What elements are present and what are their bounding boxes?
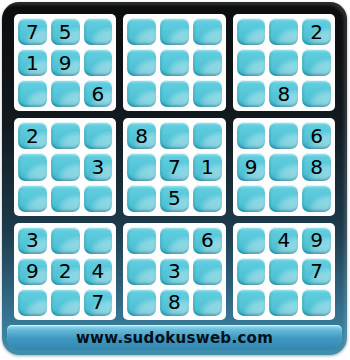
cell-r9c4[interactable] bbox=[127, 289, 156, 316]
cell-r5c3[interactable]: 3 bbox=[84, 153, 113, 180]
block-1-2 bbox=[123, 14, 225, 111]
cell-r1c9[interactable]: 2 bbox=[302, 18, 331, 45]
cell-r3c3[interactable]: 6 bbox=[84, 80, 113, 107]
cell-r2c6[interactable] bbox=[193, 49, 222, 76]
site-url[interactable]: www.sudokusweb.com bbox=[7, 325, 342, 350]
cell-r5c4[interactable] bbox=[127, 153, 156, 180]
cell-r9c3[interactable]: 7 bbox=[84, 289, 113, 316]
cell-r8c1[interactable]: 9 bbox=[18, 258, 47, 285]
cell-r2c8[interactable] bbox=[269, 49, 298, 76]
cell-r6c6[interactable] bbox=[193, 185, 222, 212]
cell-r8c5[interactable]: 3 bbox=[160, 258, 189, 285]
cell-r6c5[interactable]: 5 bbox=[160, 185, 189, 212]
cell-r8c9[interactable]: 7 bbox=[302, 258, 331, 285]
block-1-1: 75196 bbox=[14, 14, 116, 111]
cell-r9c2[interactable] bbox=[51, 289, 80, 316]
cell-r8c3[interactable]: 4 bbox=[84, 258, 113, 285]
block-2-2: 8715 bbox=[123, 118, 225, 215]
cell-r5c5[interactable]: 7 bbox=[160, 153, 189, 180]
cell-r3c7[interactable] bbox=[237, 80, 266, 107]
cell-r3c6[interactable] bbox=[193, 80, 222, 107]
sudoku-grid: 751962823871569839247638497 bbox=[14, 14, 335, 320]
block-2-1: 23 bbox=[14, 118, 116, 215]
cell-r5c6[interactable]: 1 bbox=[193, 153, 222, 180]
cell-r1c3[interactable] bbox=[84, 18, 113, 45]
cell-r7c7[interactable] bbox=[237, 227, 266, 254]
cell-r9c8[interactable] bbox=[269, 289, 298, 316]
cell-r6c9[interactable] bbox=[302, 185, 331, 212]
block-1-3: 28 bbox=[233, 14, 335, 111]
cell-r6c2[interactable] bbox=[51, 185, 80, 212]
cell-r2c1[interactable]: 1 bbox=[18, 49, 47, 76]
cell-r2c3[interactable] bbox=[84, 49, 113, 76]
cell-r3c8[interactable]: 8 bbox=[269, 80, 298, 107]
cell-r5c9[interactable]: 8 bbox=[302, 153, 331, 180]
cell-r1c4[interactable] bbox=[127, 18, 156, 45]
cell-r9c6[interactable] bbox=[193, 289, 222, 316]
cell-r8c8[interactable] bbox=[269, 258, 298, 285]
cell-r5c1[interactable] bbox=[18, 153, 47, 180]
cell-r5c7[interactable]: 9 bbox=[237, 153, 266, 180]
cell-r4c1[interactable]: 2 bbox=[18, 122, 47, 149]
cell-r5c2[interactable] bbox=[51, 153, 80, 180]
cell-r1c2[interactable]: 5 bbox=[51, 18, 80, 45]
cell-r1c6[interactable] bbox=[193, 18, 222, 45]
cell-r4c9[interactable]: 6 bbox=[302, 122, 331, 149]
cell-r2c2[interactable]: 9 bbox=[51, 49, 80, 76]
cell-r3c2[interactable] bbox=[51, 80, 80, 107]
cell-r8c7[interactable] bbox=[237, 258, 266, 285]
cell-r9c7[interactable] bbox=[237, 289, 266, 316]
cell-r4c6[interactable] bbox=[193, 122, 222, 149]
cell-r7c9[interactable]: 9 bbox=[302, 227, 331, 254]
cell-r7c2[interactable] bbox=[51, 227, 80, 254]
cell-r3c1[interactable] bbox=[18, 80, 47, 107]
cell-r1c8[interactable] bbox=[269, 18, 298, 45]
cell-r8c4[interactable] bbox=[127, 258, 156, 285]
cell-r9c1[interactable] bbox=[18, 289, 47, 316]
cell-r6c3[interactable] bbox=[84, 185, 113, 212]
cell-r3c9[interactable] bbox=[302, 80, 331, 107]
cell-r2c4[interactable] bbox=[127, 49, 156, 76]
cell-r1c7[interactable] bbox=[237, 18, 266, 45]
cell-r4c2[interactable] bbox=[51, 122, 80, 149]
block-3-1: 39247 bbox=[14, 223, 116, 320]
block-3-2: 638 bbox=[123, 223, 225, 320]
cell-r7c6[interactable]: 6 bbox=[193, 227, 222, 254]
cell-r1c5[interactable] bbox=[160, 18, 189, 45]
block-3-3: 497 bbox=[233, 223, 335, 320]
cell-r4c4[interactable]: 8 bbox=[127, 122, 156, 149]
block-2-3: 698 bbox=[233, 118, 335, 215]
cell-r7c5[interactable] bbox=[160, 227, 189, 254]
cell-r6c1[interactable] bbox=[18, 185, 47, 212]
cell-r4c8[interactable] bbox=[269, 122, 298, 149]
cell-r5c8[interactable] bbox=[269, 153, 298, 180]
cell-r6c7[interactable] bbox=[237, 185, 266, 212]
cell-r2c5[interactable] bbox=[160, 49, 189, 76]
cell-r4c5[interactable] bbox=[160, 122, 189, 149]
cell-r3c4[interactable] bbox=[127, 80, 156, 107]
cell-r8c6[interactable] bbox=[193, 258, 222, 285]
cell-r6c8[interactable] bbox=[269, 185, 298, 212]
sudoku-board: 751962823871569839247638497 www.sudokusw… bbox=[2, 2, 347, 355]
cell-r4c7[interactable] bbox=[237, 122, 266, 149]
cell-r7c4[interactable] bbox=[127, 227, 156, 254]
cell-r9c5[interactable]: 8 bbox=[160, 289, 189, 316]
cell-r8c2[interactable]: 2 bbox=[51, 258, 80, 285]
cell-r7c3[interactable] bbox=[84, 227, 113, 254]
cell-r3c5[interactable] bbox=[160, 80, 189, 107]
cell-r6c4[interactable] bbox=[127, 185, 156, 212]
cell-r7c8[interactable]: 4 bbox=[269, 227, 298, 254]
cell-r4c3[interactable] bbox=[84, 122, 113, 149]
cell-r7c1[interactable]: 3 bbox=[18, 227, 47, 254]
cell-r2c9[interactable] bbox=[302, 49, 331, 76]
cell-r2c7[interactable] bbox=[237, 49, 266, 76]
cell-r1c1[interactable]: 7 bbox=[18, 18, 47, 45]
cell-r9c9[interactable] bbox=[302, 289, 331, 316]
